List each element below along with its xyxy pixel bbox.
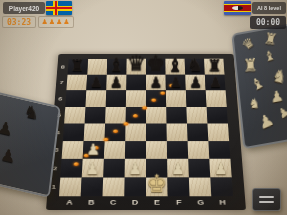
- square-d7[interactable]: [126, 74, 146, 90]
- captured-black-n: ♞: [23, 102, 40, 122]
- rank-label-8: 8: [58, 64, 67, 69]
- square-d4[interactable]: [125, 123, 146, 140]
- move-trail-dot: [160, 91, 165, 94]
- square-a2[interactable]: [60, 159, 82, 177]
- square-c2[interactable]: [103, 159, 125, 177]
- move-trail-dot: [169, 84, 174, 87]
- square-f4[interactable]: [166, 123, 187, 140]
- captured-white-q: ♛: [240, 35, 257, 53]
- square-f2[interactable]: ♟: [167, 159, 189, 177]
- square-c3[interactable]: [104, 141, 125, 159]
- square-e3[interactable]: [146, 141, 167, 159]
- square-d3[interactable]: [125, 141, 146, 159]
- black-knight[interactable]: ♞: [187, 56, 203, 74]
- black-queen[interactable]: ♛: [127, 52, 146, 73]
- square-e7[interactable]: ♟: [146, 74, 166, 90]
- square-c8[interactable]: ♝: [107, 59, 127, 74]
- square-b6[interactable]: [85, 90, 106, 106]
- player-name-right: AI 8 level: [252, 2, 286, 14]
- square-f3[interactable]: [167, 141, 188, 159]
- square-g6[interactable]: [186, 90, 207, 106]
- square-d8[interactable]: ♛: [126, 59, 146, 74]
- square-h7[interactable]: ♟: [205, 74, 226, 90]
- square-b3[interactable]: ♟: [83, 141, 105, 159]
- square-g7[interactable]: ♟: [185, 74, 205, 90]
- black-pawn[interactable]: ♟: [110, 75, 123, 89]
- captured-white-b: ♝: [248, 73, 267, 93]
- aland-flag-icon: [46, 1, 72, 15]
- white-pawn[interactable]: ♟: [86, 143, 100, 158]
- black-king[interactable]: ♚: [146, 52, 165, 73]
- file-label-A: A: [58, 198, 80, 206]
- square-f1[interactable]: [167, 177, 189, 196]
- captured-black-p: ♟: [0, 146, 17, 166]
- black-pawn[interactable]: ♟: [149, 75, 162, 89]
- captured-white-p: ♟: [275, 104, 287, 122]
- white-pawn[interactable]: ♟: [85, 161, 99, 177]
- black-bishop[interactable]: ♝: [167, 55, 184, 74]
- square-a1[interactable]: [59, 177, 82, 196]
- square-b5[interactable]: [85, 107, 106, 124]
- square-a6[interactable]: [65, 90, 86, 106]
- shield-icon: [232, 6, 243, 10]
- file-label-H: H: [211, 198, 233, 206]
- hamburger-menu-icon: [259, 196, 274, 198]
- square-b2[interactable]: ♟: [82, 159, 104, 177]
- menu-button[interactable]: [252, 188, 281, 211]
- board-grid[interactable]: ♜♝♛♚♝♞♜♟♟♟♟♟♟♟♟♟♟♟♚ABCDEFGH12345678: [59, 59, 233, 196]
- chess-board[interactable]: ♜♝♛♚♝♞♜♟♟♟♟♟♟♟♟♟♟♟♚ABCDEFGH12345678: [46, 54, 246, 210]
- black-rook[interactable]: ♜: [207, 58, 221, 74]
- square-h1[interactable]: [210, 177, 233, 196]
- square-e2[interactable]: [146, 159, 167, 177]
- white-pawn[interactable]: ♟: [214, 161, 228, 177]
- square-h5[interactable]: [207, 107, 228, 124]
- square-d6[interactable]: [126, 90, 146, 106]
- square-e4[interactable]: [146, 123, 167, 140]
- black-pawn[interactable]: ♟: [90, 75, 103, 89]
- captured-white-r: ♜: [243, 56, 259, 75]
- black-pawn[interactable]: ♟: [189, 75, 202, 89]
- player-timer-right: 00:00: [250, 16, 286, 29]
- square-e1[interactable]: ♚: [146, 177, 168, 196]
- square-f7[interactable]: ♟: [166, 74, 186, 90]
- square-b8[interactable]: [87, 59, 107, 74]
- square-f6[interactable]: [166, 90, 186, 106]
- square-b1[interactable]: [81, 177, 103, 196]
- square-f8[interactable]: ♝: [165, 59, 185, 74]
- square-g2[interactable]: [188, 159, 210, 177]
- rank-label-7: 7: [57, 80, 66, 86]
- file-label-E: E: [146, 198, 168, 206]
- captured-white-p: ♟: [269, 88, 284, 105]
- square-c7[interactable]: ♟: [106, 74, 126, 90]
- move-trail-dot: [123, 122, 128, 125]
- square-c1[interactable]: [102, 177, 124, 196]
- captured-white-n: ♞: [270, 66, 287, 87]
- file-label-G: G: [190, 198, 212, 206]
- black-bishop[interactable]: ♝: [108, 55, 125, 74]
- square-h4[interactable]: [207, 123, 229, 140]
- square-h6[interactable]: [206, 90, 227, 106]
- square-g3[interactable]: [188, 141, 210, 159]
- player-name-left: Player420: [3, 2, 45, 14]
- move-trail-dot: [142, 106, 147, 109]
- square-e5[interactable]: [146, 107, 166, 124]
- black-rook[interactable]: ♜: [70, 58, 84, 74]
- player-timer-left: 03:23: [2, 16, 36, 28]
- file-label-D: D: [124, 198, 146, 206]
- captured-white-b: ♝: [262, 48, 277, 64]
- square-b7[interactable]: ♟: [86, 74, 106, 90]
- square-a7[interactable]: [66, 74, 87, 90]
- game-screen: ♜♝♛♚♝♞♜♟♟♟♟♟♟♟♟♟♟♟♚ABCDEFGH12345678 ♛♜♜♝…: [0, 0, 287, 215]
- square-h3[interactable]: [208, 141, 230, 159]
- captured-white-n: ♞: [248, 96, 261, 110]
- move-trail-dot: [74, 162, 79, 166]
- captured-white-p: ♟: [256, 110, 276, 132]
- square-d2[interactable]: ♟: [125, 159, 146, 177]
- square-c5[interactable]: [105, 107, 126, 124]
- move-trail-dot: [133, 114, 138, 117]
- white-pawn[interactable]: ♟: [171, 161, 185, 177]
- eswatini-flag-icon: [224, 1, 251, 15]
- square-h8[interactable]: ♜: [204, 59, 224, 74]
- square-a3[interactable]: [62, 141, 84, 159]
- file-label-C: C: [102, 198, 124, 206]
- captured-material-badge: ♟♟♟♟: [38, 16, 74, 28]
- square-c6[interactable]: [106, 90, 126, 106]
- square-d1[interactable]: [124, 177, 146, 196]
- black-pawn[interactable]: ♟: [169, 75, 182, 89]
- square-a5[interactable]: [64, 107, 85, 124]
- rank-label-6: 6: [56, 96, 66, 102]
- square-g1[interactable]: [189, 177, 211, 196]
- square-g8[interactable]: ♞: [185, 59, 205, 74]
- black-pawn[interactable]: ♟: [209, 75, 222, 89]
- square-b4[interactable]: [84, 123, 105, 140]
- file-label-B: B: [80, 198, 102, 206]
- white-pawn[interactable]: ♟: [128, 161, 142, 177]
- captured-white-r: ♜: [263, 30, 279, 47]
- square-g4[interactable]: [187, 123, 208, 140]
- square-a8[interactable]: ♜: [68, 59, 88, 74]
- captured-black-p: ♟: [0, 119, 14, 139]
- square-a4[interactable]: [63, 123, 85, 140]
- square-e8[interactable]: ♚: [146, 59, 166, 74]
- square-f5[interactable]: [166, 107, 187, 124]
- square-g5[interactable]: [186, 107, 207, 124]
- square-h2[interactable]: ♟: [209, 159, 231, 177]
- file-label-F: F: [168, 198, 190, 206]
